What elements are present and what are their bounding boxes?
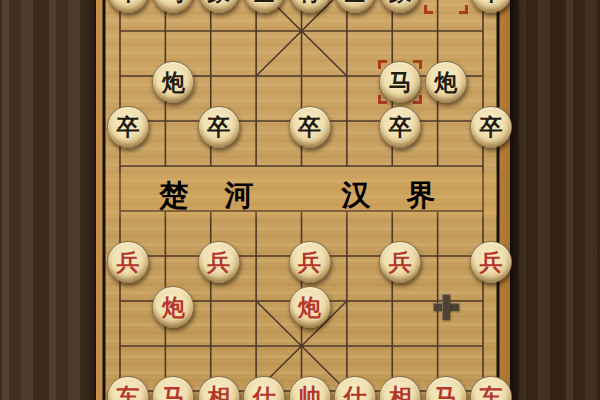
piece-black-horse-right[interactable]: 马 [379,61,421,103]
piece-black-soldier-3[interactable]: 卒 [289,106,331,148]
piece-red-soldier-3[interactable]: 兵 [289,241,331,283]
xiangqi-game-screen: { "game": "xiangqi", "position": { "fen"… [0,0,600,400]
river-label-chu-he: 楚 河 [148,177,278,213]
piece-red-soldier-5[interactable]: 兵 [470,241,512,283]
piece-red-cannon-center[interactable]: 炮 [289,286,331,328]
piece-black-cannon-right[interactable]: 炮 [425,61,467,103]
piece-black-soldier-1[interactable]: 卒 [107,106,149,148]
piece-black-soldier-2[interactable]: 卒 [198,106,240,148]
piece-black-soldier-4[interactable]: 卒 [379,106,421,148]
piece-red-soldier-1[interactable]: 兵 [107,241,149,283]
river-label-han-jie: 汉 界 [330,177,460,213]
piece-red-soldier-4[interactable]: 兵 [379,241,421,283]
piece-black-soldier-5[interactable]: 卒 [470,106,512,148]
board-surface: 楚 河 汉 界 [104,0,499,400]
xiangqi-board[interactable]: 楚 河 汉 界 车马象士将士象车炮马炮卒卒卒卒卒兵兵兵兵兵炮炮车马相仕帅仕相马车 [96,0,510,400]
piece-red-soldier-2[interactable]: 兵 [198,241,240,283]
